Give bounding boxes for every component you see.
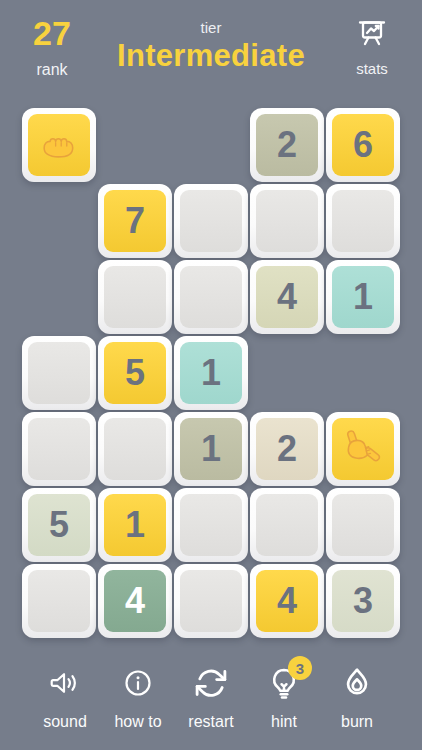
tile-r4c1[interactable] xyxy=(98,412,172,486)
oncoming-fist-emoji xyxy=(28,114,90,176)
number-tile-face: 4 xyxy=(104,570,166,632)
tile-r5c1[interactable]: 1 xyxy=(98,488,172,562)
flame-icon xyxy=(340,666,374,704)
tile-r6c2[interactable] xyxy=(174,564,248,638)
call-me-hand-emoji xyxy=(332,418,394,480)
tile-r3c2[interactable]: 1 xyxy=(174,336,248,410)
how-to-button[interactable]: how to xyxy=(106,666,170,731)
info-icon xyxy=(121,666,155,704)
speaker-icon xyxy=(47,666,83,704)
empty-cell-face xyxy=(332,494,394,556)
presentation-chart-icon xyxy=(340,14,404,54)
number-tile-face: 2 xyxy=(256,114,318,176)
sound-button[interactable]: sound xyxy=(33,666,97,731)
restart-label: restart xyxy=(188,713,233,731)
refresh-icon xyxy=(194,666,228,704)
number-tile-face: 4 xyxy=(256,570,318,632)
empty-cell-face xyxy=(256,190,318,252)
tile-r1c4[interactable] xyxy=(326,184,400,258)
tile-r2c4[interactable]: 1 xyxy=(326,260,400,334)
tile-r6c0[interactable] xyxy=(22,564,96,638)
board: 26741511251443 xyxy=(22,108,400,638)
sound-label: sound xyxy=(43,713,87,731)
tile-r0c3[interactable]: 2 xyxy=(250,108,324,182)
tier-value: Intermediate xyxy=(60,38,362,74)
empty-cell-face xyxy=(28,342,90,404)
empty-cell-face xyxy=(256,494,318,556)
tile-r4c3[interactable]: 2 xyxy=(250,412,324,486)
tile-r3c0[interactable] xyxy=(22,336,96,410)
empty-cell-face xyxy=(332,190,394,252)
tier-display: tier Intermediate xyxy=(60,19,362,74)
tile-r5c3[interactable] xyxy=(250,488,324,562)
tile-r3c1[interactable]: 5 xyxy=(98,336,172,410)
tier-label: tier xyxy=(60,19,362,36)
tile-r6c1[interactable]: 4 xyxy=(98,564,172,638)
toolbar: sound how to restar xyxy=(0,666,422,731)
burn-button[interactable]: burn xyxy=(325,666,389,731)
number-tile-face: 1 xyxy=(332,266,394,328)
tile-r5c4[interactable] xyxy=(326,488,400,562)
tile-r1c3[interactable] xyxy=(250,184,324,258)
tile-r1c2[interactable] xyxy=(174,184,248,258)
hint-label: hint xyxy=(271,713,297,731)
tile-r0c0[interactable] xyxy=(22,108,96,182)
tile-r5c2[interactable] xyxy=(174,488,248,562)
tile-r2c3[interactable]: 4 xyxy=(250,260,324,334)
stats-button[interactable]: stats xyxy=(340,14,404,77)
tile-r4c4[interactable] xyxy=(326,412,400,486)
number-tile-face: 1 xyxy=(180,418,242,480)
tile-r2c2[interactable] xyxy=(174,260,248,334)
header: 27 rank tier Intermediate stats xyxy=(0,0,422,100)
number-tile-face: 1 xyxy=(104,494,166,556)
tile-r6c3[interactable]: 4 xyxy=(250,564,324,638)
tile-r0c4[interactable]: 6 xyxy=(326,108,400,182)
empty-cell-face xyxy=(28,418,90,480)
tile-r2c1[interactable] xyxy=(98,260,172,334)
number-tile-face: 6 xyxy=(332,114,394,176)
number-tile-face: 1 xyxy=(180,342,242,404)
how-to-label: how to xyxy=(114,713,161,731)
tile-r4c2[interactable]: 1 xyxy=(174,412,248,486)
number-tile-face: 5 xyxy=(28,494,90,556)
stats-label: stats xyxy=(340,60,404,77)
empty-cell-face xyxy=(180,494,242,556)
tile-r4c0[interactable] xyxy=(22,412,96,486)
hint-badge: 3 xyxy=(288,656,312,680)
empty-cell-face xyxy=(180,266,242,328)
tile-r1c1[interactable]: 7 xyxy=(98,184,172,258)
empty-cell-face xyxy=(180,570,242,632)
number-tile-face: 3 xyxy=(332,570,394,632)
tile-r6c4[interactable]: 3 xyxy=(326,564,400,638)
empty-cell-face xyxy=(180,190,242,252)
number-tile-face: 4 xyxy=(256,266,318,328)
number-tile-face: 7 xyxy=(104,190,166,252)
burn-label: burn xyxy=(341,713,373,731)
empty-cell-face xyxy=(28,570,90,632)
hint-button[interactable]: 3 hint xyxy=(252,666,316,731)
number-tile-face: 5 xyxy=(104,342,166,404)
empty-cell-face xyxy=(104,266,166,328)
tile-r5c0[interactable]: 5 xyxy=(22,488,96,562)
empty-cell-face xyxy=(104,418,166,480)
number-tile-face: 2 xyxy=(256,418,318,480)
restart-button[interactable]: restart xyxy=(179,666,243,731)
